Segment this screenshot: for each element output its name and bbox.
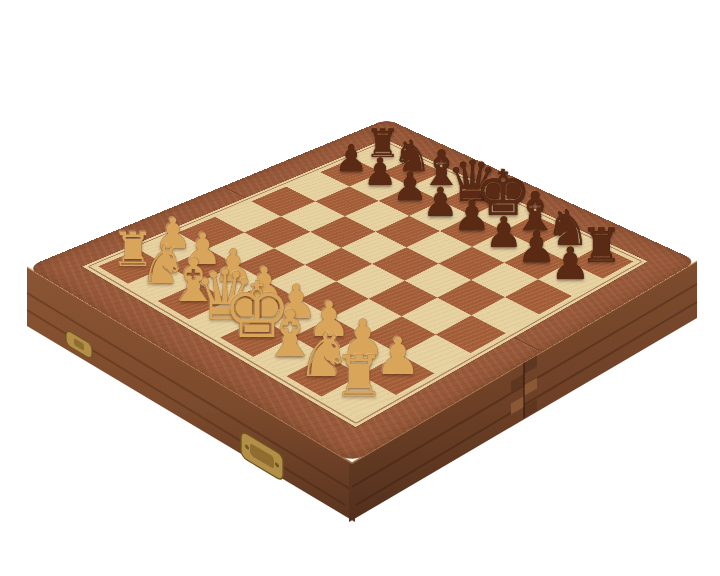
piece-white-rook[interactable]: ♜ [333, 347, 384, 404]
piece-black-pawn[interactable]: ♟ [551, 241, 591, 286]
chess-set-photo: ♜♞♝♛♚♝♞♜♟♟♟♟♟♟♟♟♟♟♟♟♟♟♟♟♜♞♝♛♚♝♞♜ [0, 0, 720, 576]
